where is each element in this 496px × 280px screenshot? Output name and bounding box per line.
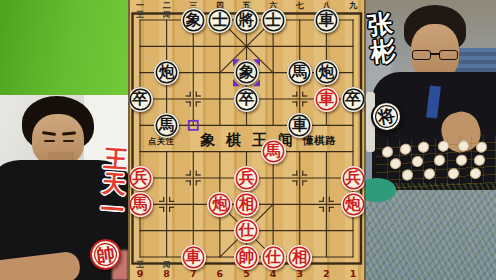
physical-piece <box>434 155 445 167</box>
left-player-eye <box>63 140 74 142</box>
physical-piece <box>418 141 429 153</box>
left-player-name: 王天一 <box>99 146 128 224</box>
piece-red-馬: 馬 <box>128 192 153 217</box>
piece-black-炮: 炮 <box>314 60 339 85</box>
piece-red-炮: 炮 <box>341 192 366 217</box>
glasses-left-lens <box>412 50 431 60</box>
physical-piece <box>476 141 487 153</box>
green-backdrop-left <box>0 0 128 95</box>
physical-piece <box>412 156 423 168</box>
video-frame: 王天一 帥 一二三四五六七八九 987654321 王闻 王闻 点关注 象棋王闻… <box>0 0 496 280</box>
piece-black-將: 將 <box>234 8 259 33</box>
piece-red-兵: 兵 <box>128 166 153 191</box>
physical-piece <box>382 146 393 158</box>
physical-piece <box>470 168 481 180</box>
piece-red-帥: 帥 <box>234 245 259 270</box>
player-name-char: 一 <box>99 197 125 224</box>
piece-red-車: 車 <box>314 87 339 112</box>
piece-red-相: 相 <box>287 245 312 270</box>
physical-piece <box>438 140 449 152</box>
piece-black-卒: 卒 <box>341 87 366 112</box>
piece-black-象: 象 <box>181 8 206 33</box>
physical-piece <box>402 169 413 181</box>
physical-piece <box>424 168 435 180</box>
piece-red-仕: 仕 <box>261 245 286 270</box>
xiangqi-board: 一二三四五六七八九 987654321 王闻 王闻 点关注 象棋王闻 懂棋路 象… <box>128 0 366 280</box>
right-player-photo: 张彬 将 <box>366 0 496 280</box>
physical-piece <box>390 158 401 170</box>
physical-board <box>376 135 496 189</box>
piece-black-卒: 卒 <box>234 87 259 112</box>
physical-piece <box>400 143 411 155</box>
pieces-layer: 象士將士車炮象馬炮卒卒車卒馬車馬兵兵兵馬炮相炮仕車帥仕相 <box>128 0 366 280</box>
physical-piece <box>456 154 467 166</box>
glasses-right-lens <box>439 50 458 60</box>
piece-black-車: 車 <box>287 113 312 138</box>
piece-red-仕: 仕 <box>234 218 259 243</box>
piece-black-馬: 馬 <box>154 113 179 138</box>
physical-piece <box>448 168 459 180</box>
piece-black-象: 象 <box>234 60 259 85</box>
piece-red-車: 車 <box>181 245 206 270</box>
physical-piece <box>474 154 485 166</box>
left-player-photo: 王天一 帥 <box>0 0 128 280</box>
piece-black-卒: 卒 <box>128 87 153 112</box>
panel-divider-right <box>364 0 366 280</box>
glasses-bridge <box>431 53 440 55</box>
piece-black-士: 士 <box>207 8 232 33</box>
piece-red-相: 相 <box>234 192 259 217</box>
physical-piece <box>458 140 469 152</box>
panel-divider-left <box>128 0 130 280</box>
piece-black-馬: 馬 <box>287 60 312 85</box>
piece-black-車: 車 <box>314 8 339 33</box>
player-name-char: 彬 <box>369 37 397 66</box>
piece-black-士: 士 <box>261 8 286 33</box>
piece-red-兵: 兵 <box>234 166 259 191</box>
piece-red-馬: 馬 <box>261 139 286 164</box>
left-player-eye <box>44 140 55 142</box>
right-player-name: 张彬 <box>366 11 396 66</box>
piece-red-兵: 兵 <box>341 166 366 191</box>
piece-black-炮: 炮 <box>154 60 179 85</box>
piece-red-炮: 炮 <box>207 192 232 217</box>
